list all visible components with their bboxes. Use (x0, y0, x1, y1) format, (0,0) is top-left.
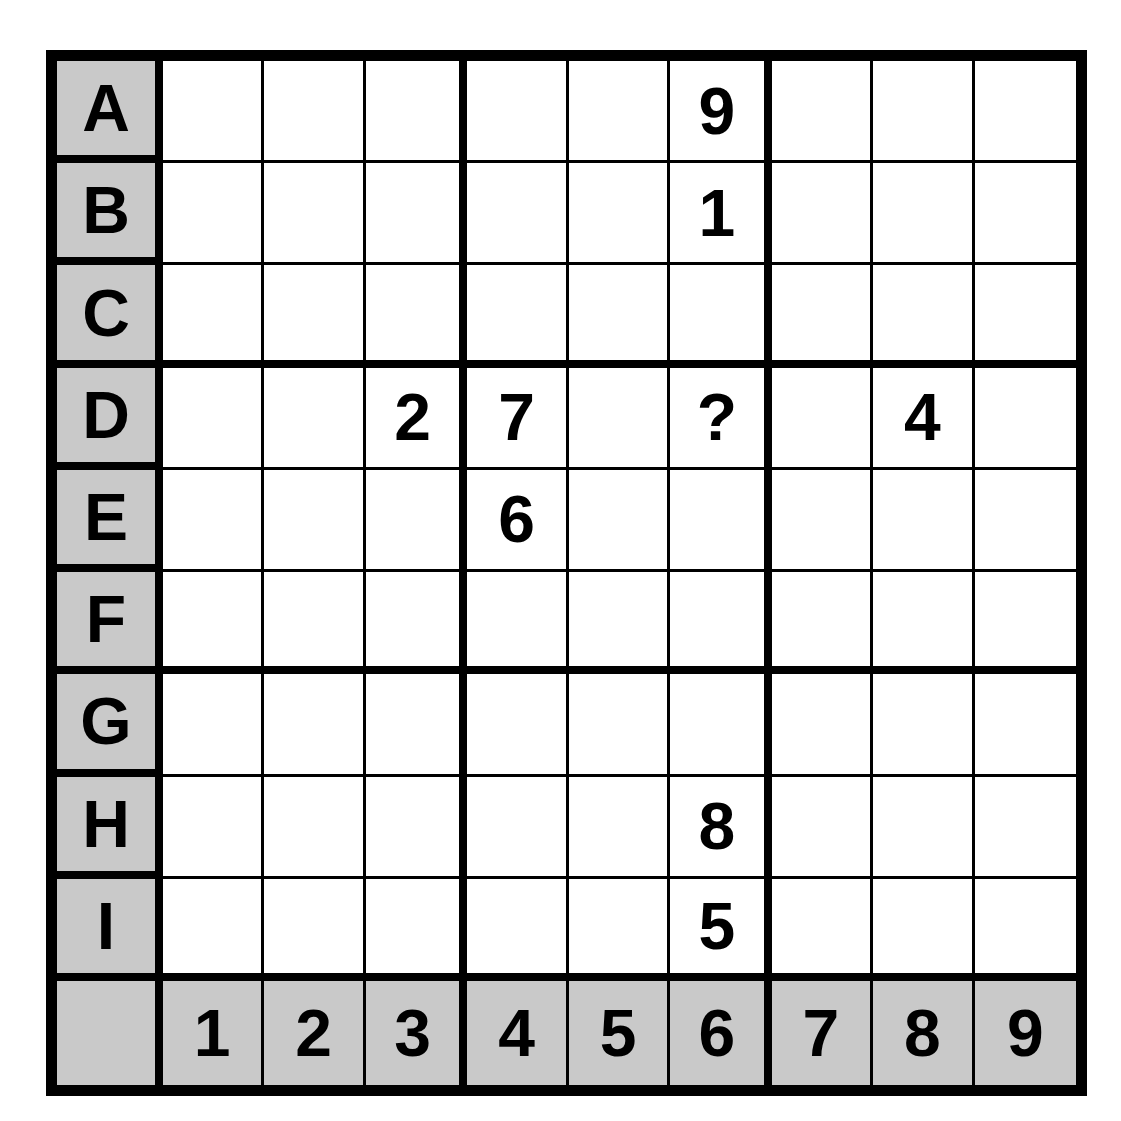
row-label-H: H (57, 777, 163, 879)
corner-cell (57, 981, 163, 1085)
cell-E5[interactable] (569, 470, 670, 572)
col-label-5: 5 (569, 981, 670, 1085)
cell-G3[interactable] (366, 674, 467, 776)
row-label-E: E (57, 470, 163, 572)
cell-A1[interactable] (163, 61, 264, 163)
cell-F4[interactable] (467, 572, 568, 674)
cell-G9[interactable] (975, 674, 1076, 776)
cell-H3[interactable] (366, 777, 467, 879)
row-label-C: C (57, 265, 163, 367)
cell-B3[interactable] (366, 163, 467, 265)
cell-G6[interactable] (670, 674, 771, 776)
cell-H9[interactable] (975, 777, 1076, 879)
cell-D8[interactable]: 4 (873, 368, 974, 470)
cell-E3[interactable] (366, 470, 467, 572)
row-label-A: A (57, 61, 163, 163)
row-label-G: G (57, 674, 163, 776)
cell-F9[interactable] (975, 572, 1076, 674)
col-label-7: 7 (772, 981, 873, 1085)
cell-C1[interactable] (163, 265, 264, 367)
col-label-2: 2 (264, 981, 365, 1085)
cell-D7[interactable] (772, 368, 873, 470)
col-label-4: 4 (467, 981, 568, 1085)
cell-E8[interactable] (873, 470, 974, 572)
cell-B1[interactable] (163, 163, 264, 265)
cell-C9[interactable] (975, 265, 1076, 367)
cell-D4[interactable]: 7 (467, 368, 568, 470)
cell-D1[interactable] (163, 368, 264, 470)
cell-I1[interactable] (163, 879, 264, 981)
cell-G4[interactable] (467, 674, 568, 776)
cell-I5[interactable] (569, 879, 670, 981)
cell-F5[interactable] (569, 572, 670, 674)
cell-F1[interactable] (163, 572, 264, 674)
cell-A2[interactable] (264, 61, 365, 163)
cell-D6[interactable]: ? (670, 368, 771, 470)
col-label-3: 3 (366, 981, 467, 1085)
cell-A5[interactable] (569, 61, 670, 163)
cell-I9[interactable] (975, 879, 1076, 981)
cell-F2[interactable] (264, 572, 365, 674)
cell-E4[interactable]: 6 (467, 470, 568, 572)
cell-A6[interactable]: 9 (670, 61, 771, 163)
cell-H2[interactable] (264, 777, 365, 879)
row-label-D: D (57, 368, 163, 470)
cell-B9[interactable] (975, 163, 1076, 265)
cell-D5[interactable] (569, 368, 670, 470)
col-label-6: 6 (670, 981, 771, 1085)
cell-C5[interactable] (569, 265, 670, 367)
cell-C7[interactable] (772, 265, 873, 367)
cell-G1[interactable] (163, 674, 264, 776)
cell-C8[interactable] (873, 265, 974, 367)
cell-I3[interactable] (366, 879, 467, 981)
cell-B2[interactable] (264, 163, 365, 265)
cell-I8[interactable] (873, 879, 974, 981)
cell-H5[interactable] (569, 777, 670, 879)
cell-I7[interactable] (772, 879, 873, 981)
cell-G2[interactable] (264, 674, 365, 776)
cell-E7[interactable] (772, 470, 873, 572)
cell-H8[interactable] (873, 777, 974, 879)
cell-E6[interactable] (670, 470, 771, 572)
col-label-9: 9 (975, 981, 1076, 1085)
cell-H4[interactable] (467, 777, 568, 879)
cell-B7[interactable] (772, 163, 873, 265)
cell-F6[interactable] (670, 572, 771, 674)
cell-E1[interactable] (163, 470, 264, 572)
cell-E2[interactable] (264, 470, 365, 572)
cell-A9[interactable] (975, 61, 1076, 163)
cell-C2[interactable] (264, 265, 365, 367)
cell-F8[interactable] (873, 572, 974, 674)
cell-D9[interactable] (975, 368, 1076, 470)
cell-H7[interactable] (772, 777, 873, 879)
cell-C6[interactable] (670, 265, 771, 367)
cell-F7[interactable] (772, 572, 873, 674)
cell-I6[interactable]: 5 (670, 879, 771, 981)
col-label-8: 8 (873, 981, 974, 1085)
cell-E9[interactable] (975, 470, 1076, 572)
cell-B8[interactable] (873, 163, 974, 265)
cell-D2[interactable] (264, 368, 365, 470)
cell-I4[interactable] (467, 879, 568, 981)
cell-A8[interactable] (873, 61, 974, 163)
sudoku-board: A9B1CD27?4E6FGH8I5123456789 (46, 50, 1087, 1096)
row-label-I: I (57, 879, 163, 981)
cell-G8[interactable] (873, 674, 974, 776)
cell-D3[interactable]: 2 (366, 368, 467, 470)
cell-I2[interactable] (264, 879, 365, 981)
cell-F3[interactable] (366, 572, 467, 674)
col-label-1: 1 (163, 981, 264, 1085)
cell-C3[interactable] (366, 265, 467, 367)
row-label-B: B (57, 163, 163, 265)
cell-A4[interactable] (467, 61, 568, 163)
cell-H6[interactable]: 8 (670, 777, 771, 879)
cell-A3[interactable] (366, 61, 467, 163)
cell-B4[interactable] (467, 163, 568, 265)
cell-B5[interactable] (569, 163, 670, 265)
cell-A7[interactable] (772, 61, 873, 163)
cell-G5[interactable] (569, 674, 670, 776)
cell-B6[interactable]: 1 (670, 163, 771, 265)
cell-H1[interactable] (163, 777, 264, 879)
cell-C4[interactable] (467, 265, 568, 367)
row-label-F: F (57, 572, 163, 674)
cell-G7[interactable] (772, 674, 873, 776)
